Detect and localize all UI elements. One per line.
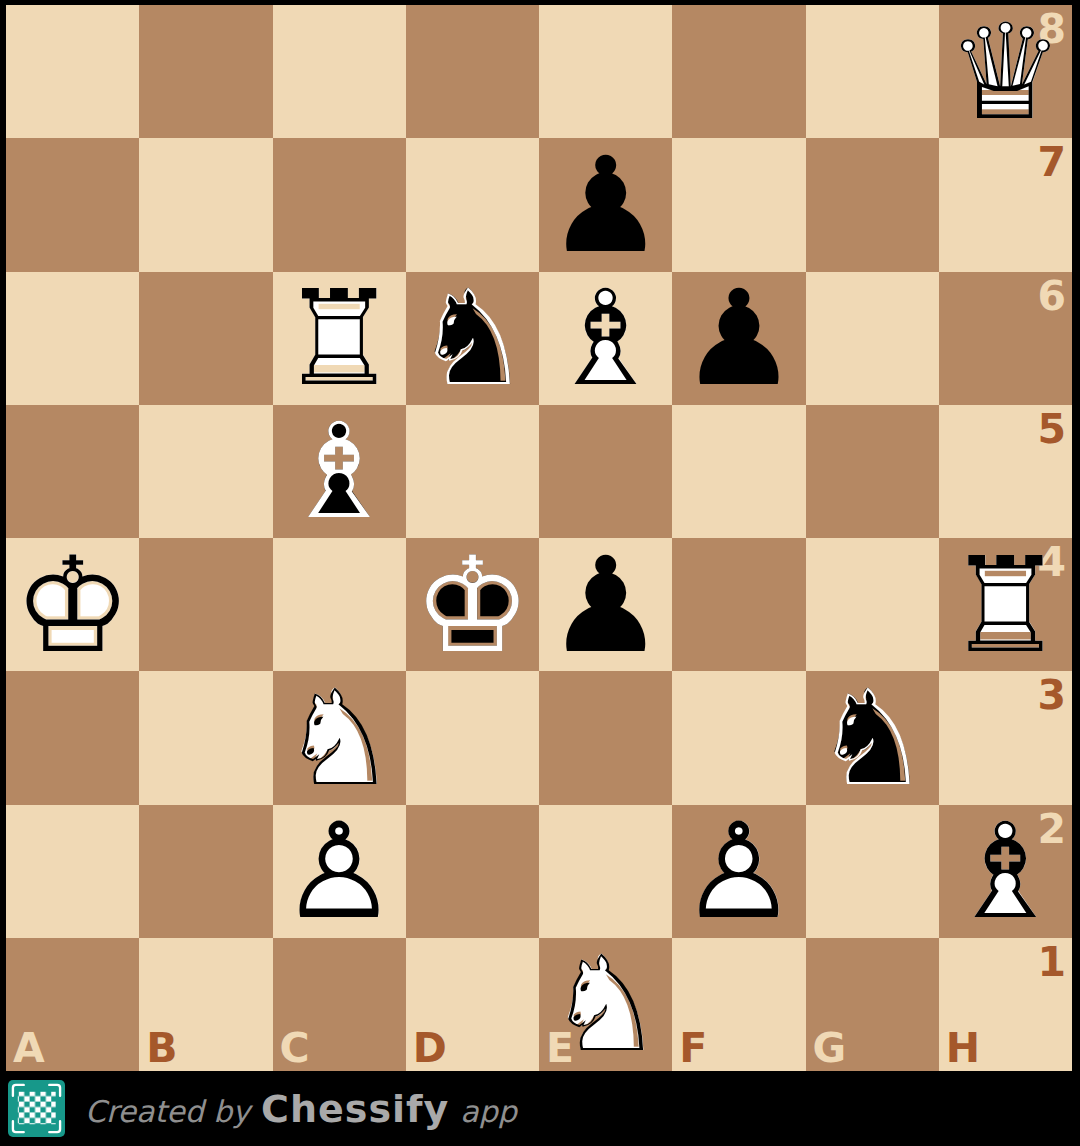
- rank-label-5: 5: [1037, 409, 1066, 450]
- square-h5[interactable]: 5: [939, 405, 1072, 538]
- square-f3[interactable]: [672, 671, 805, 804]
- square-c6[interactable]: ♜♖: [273, 272, 406, 405]
- square-d2[interactable]: [406, 805, 539, 938]
- square-c1[interactable]: C: [273, 938, 406, 1071]
- square-a6[interactable]: [6, 272, 139, 405]
- square-h6[interactable]: 6: [939, 272, 1072, 405]
- square-g4[interactable]: [806, 538, 939, 671]
- square-f7[interactable]: [672, 138, 805, 271]
- piece-outline-glyph: ♖: [273, 272, 406, 405]
- square-b8[interactable]: [139, 5, 272, 138]
- chessify-logo-icon: [8, 1080, 65, 1137]
- square-b7[interactable]: [139, 138, 272, 271]
- piece-white-queen[interactable]: ♛♕: [939, 5, 1072, 138]
- piece-fill-glyph: ♟: [539, 138, 672, 271]
- square-g7[interactable]: [806, 138, 939, 271]
- square-f6[interactable]: ♟: [672, 272, 805, 405]
- piece-black-knight[interactable]: ♞♘: [806, 671, 939, 804]
- piece-outline-glyph: ♙: [672, 805, 805, 938]
- piece-black-bishop[interactable]: ♝♗: [273, 405, 406, 538]
- square-b6[interactable]: [139, 272, 272, 405]
- piece-white-pawn[interactable]: ♟♙: [672, 805, 805, 938]
- file-label-B: B: [146, 1028, 177, 1069]
- square-a2[interactable]: [6, 805, 139, 938]
- chess-board: 8♛♕♟7♜♖♞♘♝♗♟6♝♗5♚♔♚♔♟4♜♖♞♘♞♘3♟♙♟♙2♝♗ABCD…: [6, 5, 1072, 1071]
- piece-black-pawn[interactable]: ♟: [539, 138, 672, 271]
- square-a5[interactable]: [6, 405, 139, 538]
- credit-brand: Chessify: [261, 1087, 449, 1131]
- square-c8[interactable]: [273, 5, 406, 138]
- piece-outline-glyph: ♘: [406, 272, 539, 405]
- piece-outline-glyph: ♗: [939, 805, 1072, 938]
- rank-label-1: 1: [1037, 942, 1066, 983]
- file-label-D: D: [413, 1028, 447, 1069]
- square-b4[interactable]: [139, 538, 272, 671]
- square-f1[interactable]: F: [672, 938, 805, 1071]
- square-b3[interactable]: [139, 671, 272, 804]
- piece-outline-glyph: ♘: [539, 938, 672, 1071]
- piece-white-rook[interactable]: ♜♖: [273, 272, 406, 405]
- footer-bar: Created by Chessify app: [0, 1071, 1080, 1146]
- piece-outline-glyph: ♘: [806, 671, 939, 804]
- square-g3[interactable]: ♞♘: [806, 671, 939, 804]
- square-c3[interactable]: ♞♘: [273, 671, 406, 804]
- square-d7[interactable]: [406, 138, 539, 271]
- square-h8[interactable]: 8♛♕: [939, 5, 1072, 138]
- piece-black-pawn[interactable]: ♟: [539, 538, 672, 671]
- square-c7[interactable]: [273, 138, 406, 271]
- piece-outline-glyph: ♙: [273, 805, 406, 938]
- square-c5[interactable]: ♝♗: [273, 405, 406, 538]
- credit-app-suffix: app: [460, 1094, 516, 1129]
- square-c2[interactable]: ♟♙: [273, 805, 406, 938]
- square-a3[interactable]: [6, 671, 139, 804]
- file-label-A: A: [13, 1028, 45, 1069]
- square-b5[interactable]: [139, 405, 272, 538]
- square-e4[interactable]: ♟: [539, 538, 672, 671]
- piece-white-knight[interactable]: ♞♘: [273, 671, 406, 804]
- piece-black-king[interactable]: ♚♔: [406, 538, 539, 671]
- square-f4[interactable]: [672, 538, 805, 671]
- square-h1[interactable]: 1H: [939, 938, 1072, 1071]
- square-a8[interactable]: [6, 5, 139, 138]
- piece-fill-glyph: ♟: [539, 538, 672, 671]
- chess-diagram-page: 8♛♕♟7♜♖♞♘♝♗♟6♝♗5♚♔♚♔♟4♜♖♞♘♞♘3♟♙♟♙2♝♗ABCD…: [0, 0, 1080, 1146]
- square-d5[interactable]: [406, 405, 539, 538]
- square-g1[interactable]: G: [806, 938, 939, 1071]
- square-d8[interactable]: [406, 5, 539, 138]
- square-g5[interactable]: [806, 405, 939, 538]
- square-e2[interactable]: [539, 805, 672, 938]
- square-h3[interactable]: 3: [939, 671, 1072, 804]
- piece-outline-glyph: ♗: [273, 405, 406, 538]
- square-e1[interactable]: E♞♘: [539, 938, 672, 1071]
- square-a4[interactable]: ♚♔: [6, 538, 139, 671]
- piece-outline-glyph: ♗: [539, 272, 672, 405]
- square-a1[interactable]: A: [6, 938, 139, 1071]
- square-f5[interactable]: [672, 405, 805, 538]
- piece-white-rook[interactable]: ♜♖: [939, 538, 1072, 671]
- rank-label-3: 3: [1037, 675, 1066, 716]
- square-e3[interactable]: [539, 671, 672, 804]
- square-h7[interactable]: 7: [939, 138, 1072, 271]
- file-label-C: C: [280, 1028, 310, 1069]
- square-e5[interactable]: [539, 405, 672, 538]
- piece-outline-glyph: ♔: [406, 538, 539, 671]
- square-b1[interactable]: B: [139, 938, 272, 1071]
- square-g2[interactable]: [806, 805, 939, 938]
- piece-outline-glyph: ♔: [6, 538, 139, 671]
- square-c4[interactable]: [273, 538, 406, 671]
- piece-white-knight[interactable]: ♞♘: [539, 938, 672, 1071]
- square-d1[interactable]: D: [406, 938, 539, 1071]
- file-label-F: F: [679, 1028, 707, 1069]
- credit-text: Created by Chessify app: [85, 1087, 517, 1131]
- credit-created-by: Created by: [85, 1094, 250, 1129]
- square-e8[interactable]: [539, 5, 672, 138]
- square-b2[interactable]: [139, 805, 272, 938]
- square-h4[interactable]: 4♜♖: [939, 538, 1072, 671]
- square-g8[interactable]: [806, 5, 939, 138]
- piece-fill-glyph: ♟: [672, 272, 805, 405]
- piece-white-king[interactable]: ♚♔: [6, 538, 139, 671]
- square-h2[interactable]: 2♝♗: [939, 805, 1072, 938]
- file-label-H: H: [946, 1028, 980, 1069]
- piece-outline-glyph: ♘: [273, 671, 406, 804]
- square-e7[interactable]: ♟: [539, 138, 672, 271]
- square-g6[interactable]: [806, 272, 939, 405]
- rank-label-7: 7: [1037, 142, 1066, 183]
- square-a7[interactable]: [6, 138, 139, 271]
- piece-black-pawn[interactable]: ♟: [672, 272, 805, 405]
- square-d3[interactable]: [406, 671, 539, 804]
- piece-black-knight[interactable]: ♞♘: [406, 272, 539, 405]
- piece-white-bishop[interactable]: ♝♗: [939, 805, 1072, 938]
- square-d6[interactable]: ♞♘: [406, 272, 539, 405]
- piece-outline-glyph: ♕: [939, 5, 1072, 138]
- rank-label-6: 6: [1037, 276, 1066, 317]
- piece-outline-glyph: ♖: [939, 538, 1072, 671]
- file-label-G: G: [813, 1028, 847, 1069]
- piece-white-bishop[interactable]: ♝♗: [539, 272, 672, 405]
- piece-white-pawn[interactable]: ♟♙: [273, 805, 406, 938]
- square-f8[interactable]: [672, 5, 805, 138]
- square-f2[interactable]: ♟♙: [672, 805, 805, 938]
- square-e6[interactable]: ♝♗: [539, 272, 672, 405]
- square-d4[interactable]: ♚♔: [406, 538, 539, 671]
